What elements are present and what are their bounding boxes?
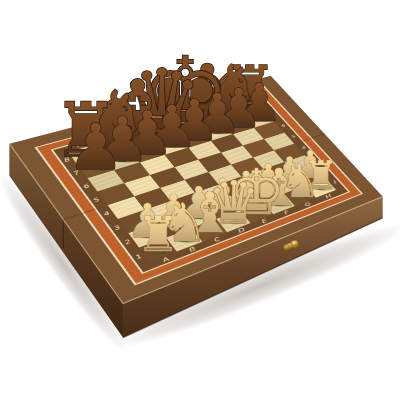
chess-board: AABBCCDDEEFFGGHH1122334455667788♜♞♟♝♟♚♟♛… [0,0,400,400]
svg-text:♟: ♟ [68,110,125,184]
svg-text:♜: ♜ [136,206,179,262]
black-pawn-a7[interactable]: ♟ [68,110,125,184]
chess-set-photo: AABBCCDDEEFFGGHH1122334455667788♜♞♟♝♟♚♟♛… [0,0,400,400]
white-rook-a1[interactable]: ♜ [136,206,179,262]
